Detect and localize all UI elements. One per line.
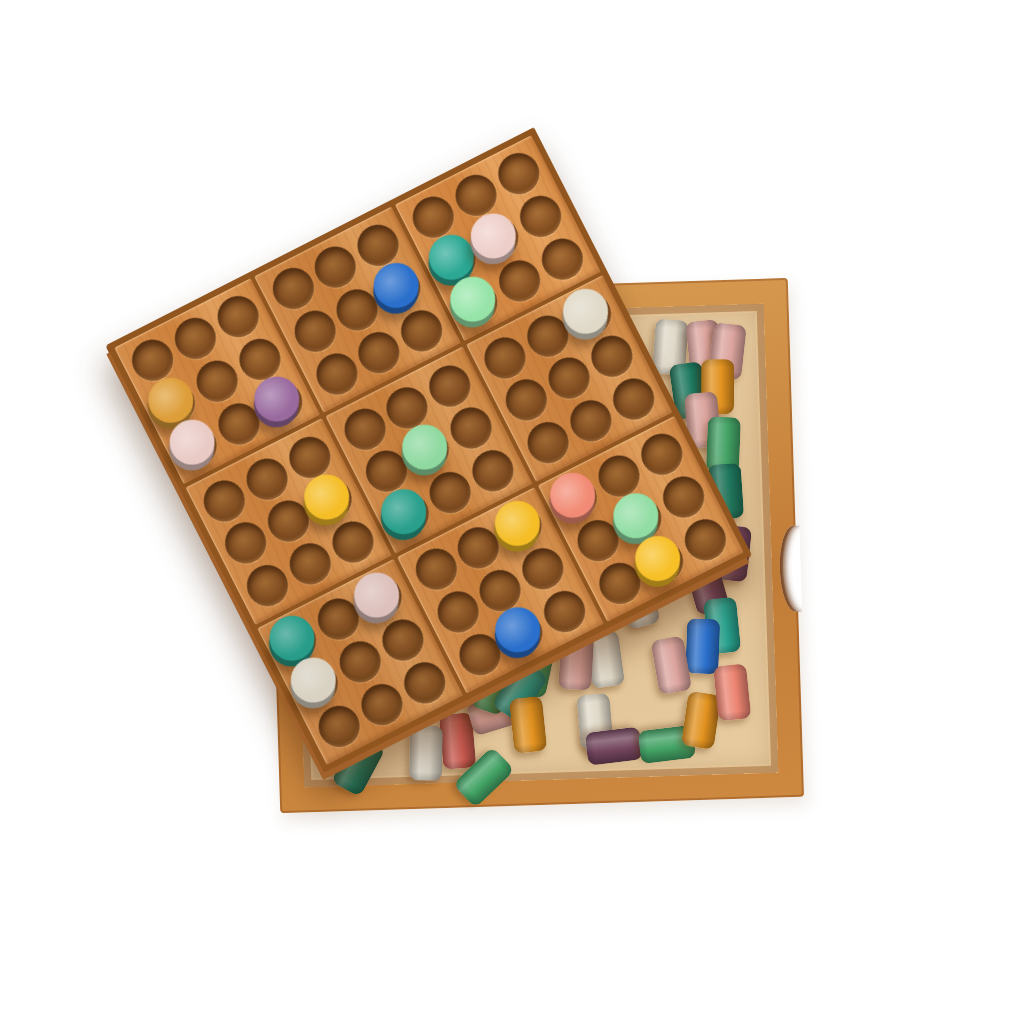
tray-peg-24-amber[interactable] <box>509 696 547 754</box>
tray-peg-26-plum[interactable] <box>585 726 644 765</box>
peg-hole-r5c7[interactable] <box>563 394 618 449</box>
peg-hole-r8c2[interactable] <box>397 655 452 710</box>
peg-hole-r5c8[interactable] <box>606 372 661 427</box>
product-scene <box>0 0 1024 1024</box>
peg-hole-r5c1[interactable] <box>283 536 338 591</box>
peg-hole-r5c2[interactable] <box>325 515 380 570</box>
peg-hole-r8c1[interactable] <box>354 677 409 732</box>
peg-hole-r2c5[interactable] <box>394 303 449 358</box>
finger-notch <box>779 526 803 613</box>
peg-hole-r8c0[interactable] <box>312 698 367 753</box>
tray-peg-20-grey[interactable] <box>409 725 443 781</box>
peg-hole-r5c4[interactable] <box>423 465 478 520</box>
peg-hole-r2c4[interactable] <box>352 325 407 380</box>
peg-hole-r5c5[interactable] <box>466 443 521 498</box>
peg-hole-r5c6[interactable] <box>521 415 576 470</box>
tray-peg-14-blue[interactable] <box>685 618 720 674</box>
tray-peg-29-coral[interactable] <box>713 663 751 721</box>
peg-hole-r8c8[interactable] <box>677 512 732 567</box>
peg-hole-r2c8[interactable] <box>534 232 589 287</box>
peg-hole-r2c3[interactable] <box>309 347 364 402</box>
peg-hole-r2c7[interactable] <box>492 253 547 308</box>
peg-hole-r8c5[interactable] <box>537 583 592 638</box>
peg-hole-r5c0[interactable] <box>240 558 295 613</box>
